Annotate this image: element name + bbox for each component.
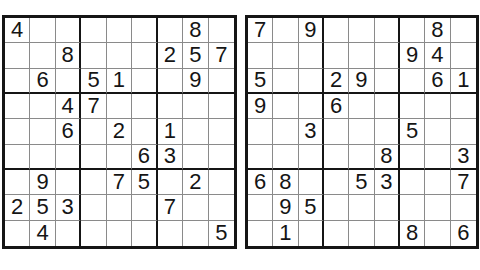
given-digit-r2c3[interactable]: 8 bbox=[56, 43, 81, 68]
given-digit-r7c5[interactable]: 7 bbox=[107, 170, 132, 195]
empty-cell-r2c5[interactable] bbox=[107, 43, 132, 68]
empty-cell-r7c4[interactable] bbox=[81, 170, 106, 195]
given-digit-r2c7[interactable]: 9 bbox=[400, 43, 425, 68]
empty-cell-r6c4[interactable] bbox=[81, 145, 106, 170]
empty-cell-r5c8[interactable] bbox=[425, 119, 450, 144]
empty-cell-r1c4[interactable] bbox=[324, 18, 349, 43]
empty-cell-r6c5[interactable] bbox=[349, 145, 374, 170]
given-digit-r1c1[interactable]: 7 bbox=[248, 18, 273, 43]
given-digit-r5c7[interactable]: 1 bbox=[158, 119, 183, 144]
empty-cell-r8c1[interactable] bbox=[248, 195, 273, 220]
empty-cell-r8c8[interactable] bbox=[183, 195, 208, 220]
empty-cell-r3c6[interactable] bbox=[132, 69, 157, 94]
given-digit-r9c9[interactable]: 5 bbox=[209, 221, 234, 246]
given-digit-r8c3[interactable]: 5 bbox=[299, 195, 324, 220]
empty-cell-r7c3[interactable] bbox=[56, 170, 81, 195]
empty-cell-r8c5[interactable] bbox=[349, 195, 374, 220]
empty-cell-r5c5[interactable] bbox=[349, 119, 374, 144]
empty-cell-r4c1[interactable] bbox=[5, 94, 30, 119]
given-digit-r5c3[interactable]: 3 bbox=[299, 119, 324, 144]
empty-cell-r1c5[interactable] bbox=[349, 18, 374, 43]
given-digit-r1c3[interactable]: 9 bbox=[299, 18, 324, 43]
empty-cell-r2c4[interactable] bbox=[81, 43, 106, 68]
given-digit-r8c7[interactable]: 7 bbox=[158, 195, 183, 220]
given-digit-r2c7[interactable]: 2 bbox=[158, 43, 183, 68]
empty-cell-r8c5[interactable] bbox=[107, 195, 132, 220]
empty-cell-r1c9[interactable] bbox=[451, 18, 476, 43]
empty-cell-r6c1[interactable] bbox=[248, 145, 273, 170]
given-digit-r3c9[interactable]: 1 bbox=[451, 69, 476, 94]
given-digit-r7c6[interactable]: 3 bbox=[375, 170, 400, 195]
empty-cell-r3c7[interactable] bbox=[400, 69, 425, 94]
empty-cell-r8c9[interactable] bbox=[209, 195, 234, 220]
empty-cell-r6c2[interactable] bbox=[273, 145, 298, 170]
empty-cell-r9c1[interactable] bbox=[5, 221, 30, 246]
empty-cell-r1c7[interactable] bbox=[158, 18, 183, 43]
empty-cell-r9c6[interactable] bbox=[132, 221, 157, 246]
given-digit-r7c9[interactable]: 7 bbox=[451, 170, 476, 195]
empty-cell-r2c1[interactable] bbox=[5, 43, 30, 68]
empty-cell-r5c9[interactable] bbox=[451, 119, 476, 144]
empty-cell-r9c7[interactable] bbox=[158, 221, 183, 246]
empty-cell-r2c9[interactable] bbox=[451, 43, 476, 68]
given-digit-r3c5[interactable]: 1 bbox=[107, 69, 132, 94]
page: 488257651947621639752253745 798945296196… bbox=[0, 0, 480, 270]
empty-cell-r3c3[interactable] bbox=[299, 69, 324, 94]
given-digit-r9c9[interactable]: 6 bbox=[451, 221, 476, 246]
given-digit-r7c5[interactable]: 5 bbox=[349, 170, 374, 195]
empty-cell-r6c8[interactable] bbox=[425, 145, 450, 170]
given-digit-r2c8[interactable]: 4 bbox=[425, 43, 450, 68]
empty-cell-r6c7[interactable] bbox=[400, 145, 425, 170]
empty-cell-r8c9[interactable] bbox=[451, 195, 476, 220]
given-digit-r4c3[interactable]: 4 bbox=[56, 94, 81, 119]
empty-cell-r4c3[interactable] bbox=[299, 94, 324, 119]
given-digit-r3c5[interactable]: 9 bbox=[349, 69, 374, 94]
given-digit-r1c8[interactable]: 8 bbox=[425, 18, 450, 43]
empty-cell-r5c6[interactable] bbox=[132, 119, 157, 144]
empty-cell-r5c6[interactable] bbox=[375, 119, 400, 144]
empty-cell-r7c1[interactable] bbox=[5, 170, 30, 195]
empty-cell-r4c6[interactable] bbox=[375, 94, 400, 119]
given-digit-r3c8[interactable]: 9 bbox=[183, 69, 208, 94]
empty-cell-r1c6[interactable] bbox=[375, 18, 400, 43]
empty-cell-r7c8[interactable] bbox=[425, 170, 450, 195]
empty-cell-r8c6[interactable] bbox=[132, 195, 157, 220]
given-digit-r8c2[interactable]: 5 bbox=[30, 195, 55, 220]
empty-cell-r9c5[interactable] bbox=[107, 221, 132, 246]
empty-cell-r1c6[interactable] bbox=[132, 18, 157, 43]
empty-cell-r4c6[interactable] bbox=[132, 94, 157, 119]
empty-cell-r4c7[interactable] bbox=[400, 94, 425, 119]
empty-cell-r7c7[interactable] bbox=[158, 170, 183, 195]
empty-cell-r3c1[interactable] bbox=[5, 69, 30, 94]
given-digit-r1c1[interactable]: 4 bbox=[5, 18, 30, 43]
empty-cell-r8c8[interactable] bbox=[425, 195, 450, 220]
empty-cell-r7c4[interactable] bbox=[324, 170, 349, 195]
given-digit-r6c6[interactable]: 8 bbox=[375, 145, 400, 170]
empty-cell-r1c5[interactable] bbox=[107, 18, 132, 43]
empty-cell-r1c9[interactable] bbox=[209, 18, 234, 43]
given-digit-r7c2[interactable]: 8 bbox=[273, 170, 298, 195]
empty-cell-r1c2[interactable] bbox=[273, 18, 298, 43]
empty-cell-r3c2[interactable] bbox=[273, 69, 298, 94]
empty-cell-r8c4[interactable] bbox=[81, 195, 106, 220]
given-digit-r7c8[interactable]: 2 bbox=[183, 170, 208, 195]
empty-cell-r9c3[interactable] bbox=[56, 221, 81, 246]
empty-cell-r2c4[interactable] bbox=[324, 43, 349, 68]
given-digit-r3c2[interactable]: 6 bbox=[30, 69, 55, 94]
given-digit-r8c1[interactable]: 2 bbox=[5, 195, 30, 220]
given-digit-r1c8[interactable]: 8 bbox=[183, 18, 208, 43]
empty-cell-r5c8[interactable] bbox=[183, 119, 208, 144]
empty-cell-r4c7[interactable] bbox=[158, 94, 183, 119]
empty-cell-r8c4[interactable] bbox=[324, 195, 349, 220]
empty-cell-r1c7[interactable] bbox=[400, 18, 425, 43]
given-digit-r9c7[interactable]: 8 bbox=[400, 221, 425, 246]
empty-cell-r5c2[interactable] bbox=[30, 119, 55, 144]
empty-cell-r3c9[interactable] bbox=[209, 69, 234, 94]
given-digit-r8c3[interactable]: 3 bbox=[56, 195, 81, 220]
given-digit-r5c5[interactable]: 2 bbox=[107, 119, 132, 144]
empty-cell-r4c9[interactable] bbox=[209, 94, 234, 119]
empty-cell-r6c1[interactable] bbox=[5, 145, 30, 170]
empty-cell-r8c6[interactable] bbox=[375, 195, 400, 220]
empty-cell-r4c9[interactable] bbox=[451, 94, 476, 119]
given-digit-r7c2[interactable]: 9 bbox=[30, 170, 55, 195]
empty-cell-r6c9[interactable] bbox=[209, 145, 234, 170]
empty-cell-r5c4[interactable] bbox=[324, 119, 349, 144]
empty-cell-r5c1[interactable] bbox=[5, 119, 30, 144]
sudoku-grid-left: 488257651947621639752253745 bbox=[2, 15, 237, 249]
empty-cell-r5c2[interactable] bbox=[273, 119, 298, 144]
given-digit-r4c4[interactable]: 6 bbox=[324, 94, 349, 119]
empty-cell-r9c8[interactable] bbox=[183, 221, 208, 246]
empty-cell-r1c4[interactable] bbox=[81, 18, 106, 43]
empty-cell-r2c2[interactable] bbox=[273, 43, 298, 68]
given-digit-r7c6[interactable]: 5 bbox=[132, 170, 157, 195]
given-digit-r9c2[interactable]: 1 bbox=[273, 221, 298, 246]
sudoku-grid-right: 79894529619635836853795186 bbox=[245, 15, 479, 249]
empty-cell-r5c9[interactable] bbox=[209, 119, 234, 144]
given-digit-r3c4[interactable]: 5 bbox=[81, 69, 106, 94]
empty-cell-r4c8[interactable] bbox=[425, 94, 450, 119]
empty-cell-r6c3[interactable] bbox=[56, 145, 81, 170]
empty-cell-r6c4[interactable] bbox=[324, 145, 349, 170]
empty-cell-r2c3[interactable] bbox=[299, 43, 324, 68]
empty-cell-r4c5[interactable] bbox=[349, 94, 374, 119]
empty-cell-r9c4[interactable] bbox=[324, 221, 349, 246]
given-digit-r5c7[interactable]: 5 bbox=[400, 119, 425, 144]
empty-cell-r8c7[interactable] bbox=[400, 195, 425, 220]
empty-cell-r3c3[interactable] bbox=[56, 69, 81, 94]
empty-cell-r3c7[interactable] bbox=[158, 69, 183, 94]
empty-cell-r7c7[interactable] bbox=[400, 170, 425, 195]
given-digit-r2c9[interactable]: 7 bbox=[209, 43, 234, 68]
given-digit-r5c3[interactable]: 6 bbox=[56, 119, 81, 144]
given-digit-r6c6[interactable]: 6 bbox=[132, 145, 157, 170]
given-digit-r9c2[interactable]: 4 bbox=[30, 221, 55, 246]
empty-cell-r5c1[interactable] bbox=[248, 119, 273, 144]
given-digit-r3c4[interactable]: 2 bbox=[324, 69, 349, 94]
given-digit-r4c4[interactable]: 7 bbox=[81, 94, 106, 119]
empty-cell-r9c4[interactable] bbox=[81, 221, 106, 246]
empty-cell-r6c5[interactable] bbox=[107, 145, 132, 170]
empty-cell-r6c3[interactable] bbox=[299, 145, 324, 170]
empty-cell-r4c2[interactable] bbox=[30, 94, 55, 119]
empty-cell-r9c1[interactable] bbox=[248, 221, 273, 246]
empty-cell-r9c6[interactable] bbox=[375, 221, 400, 246]
empty-cell-r2c6[interactable] bbox=[132, 43, 157, 68]
empty-cell-r3c6[interactable] bbox=[375, 69, 400, 94]
given-digit-r2c8[interactable]: 5 bbox=[183, 43, 208, 68]
empty-cell-r9c3[interactable] bbox=[299, 221, 324, 246]
empty-cell-r1c2[interactable] bbox=[30, 18, 55, 43]
empty-cell-r2c1[interactable] bbox=[248, 43, 273, 68]
empty-cell-r2c5[interactable] bbox=[349, 43, 374, 68]
given-digit-r6c9[interactable]: 3 bbox=[451, 145, 476, 170]
empty-cell-r9c8[interactable] bbox=[425, 221, 450, 246]
empty-cell-r2c6[interactable] bbox=[375, 43, 400, 68]
empty-cell-r7c3[interactable] bbox=[299, 170, 324, 195]
empty-cell-r1c3[interactable] bbox=[56, 18, 81, 43]
empty-cell-r6c8[interactable] bbox=[183, 145, 208, 170]
given-digit-r6c7[interactable]: 3 bbox=[158, 145, 183, 170]
empty-cell-r9c5[interactable] bbox=[349, 221, 374, 246]
empty-cell-r4c8[interactable] bbox=[183, 94, 208, 119]
given-digit-r8c2[interactable]: 9 bbox=[273, 195, 298, 220]
empty-cell-r4c2[interactable] bbox=[273, 94, 298, 119]
empty-cell-r6c2[interactable] bbox=[30, 145, 55, 170]
given-digit-r7c1[interactable]: 6 bbox=[248, 170, 273, 195]
empty-cell-r2c2[interactable] bbox=[30, 43, 55, 68]
given-digit-r3c1[interactable]: 5 bbox=[248, 69, 273, 94]
empty-cell-r4c5[interactable] bbox=[107, 94, 132, 119]
empty-cell-r7c9[interactable] bbox=[209, 170, 234, 195]
given-digit-r4c1[interactable]: 9 bbox=[248, 94, 273, 119]
given-digit-r3c8[interactable]: 6 bbox=[425, 69, 450, 94]
empty-cell-r5c4[interactable] bbox=[81, 119, 106, 144]
